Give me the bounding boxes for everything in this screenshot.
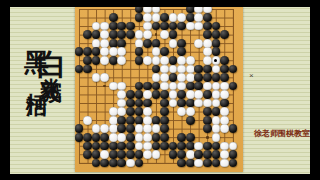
white-stone (194, 90, 203, 99)
black-stone (220, 73, 229, 82)
white-stone (117, 90, 126, 99)
black-stone (152, 90, 161, 99)
black-stone (92, 159, 101, 168)
white-stone (117, 56, 126, 65)
black-stone (212, 47, 221, 56)
white-stone (169, 39, 178, 48)
black-stone (109, 159, 118, 168)
black-stone (117, 39, 126, 48)
black-stone (126, 150, 135, 159)
white-stone (194, 13, 203, 22)
black-stone (152, 116, 161, 125)
black-stone (203, 73, 212, 82)
white-stone (152, 56, 161, 65)
black-stone (117, 116, 126, 125)
white-stone (220, 107, 229, 116)
black-stone (117, 30, 126, 39)
black-stone (203, 65, 212, 74)
white-stone (160, 30, 169, 39)
black-stone (143, 39, 152, 48)
white-stone (100, 56, 109, 65)
black-stone (203, 107, 212, 116)
black-stone (212, 150, 221, 159)
black-stone (135, 13, 144, 22)
black-stone (83, 150, 92, 159)
white-stone (143, 22, 152, 31)
black-stone (126, 90, 135, 99)
white-stone (152, 150, 161, 159)
black-stone (135, 90, 144, 99)
white-stone (220, 150, 229, 159)
white-stone (203, 56, 212, 65)
white-stone (186, 22, 195, 31)
hoshi-point (206, 136, 209, 139)
white-stone (92, 73, 101, 82)
white-stone (160, 56, 169, 65)
white-stone (177, 56, 186, 65)
white-stone (143, 13, 152, 22)
white-stone (220, 116, 229, 125)
white-stone (177, 82, 186, 91)
black-stone (109, 39, 118, 48)
black-stone (126, 116, 135, 125)
white-stone (117, 107, 126, 116)
black-stone (203, 22, 212, 31)
white-stone (109, 116, 118, 125)
black-stone (186, 133, 195, 142)
black-stone (186, 116, 195, 125)
black-stone (152, 39, 161, 48)
black-stone (203, 30, 212, 39)
black-stone (143, 99, 152, 108)
black-stone (169, 56, 178, 65)
black-stone (212, 159, 221, 168)
black-stone (126, 142, 135, 151)
white-stone (212, 116, 221, 125)
black-stone (169, 150, 178, 159)
black-stone (92, 150, 101, 159)
black-stone (160, 107, 169, 116)
white-stone (100, 30, 109, 39)
black-stone (126, 124, 135, 133)
white-stone (135, 133, 144, 142)
black-stone (160, 124, 169, 133)
white-stone (194, 159, 203, 168)
black-stone (177, 90, 186, 99)
white-stone (109, 107, 118, 116)
black-stone (229, 159, 238, 168)
white-stone (143, 150, 152, 159)
white-stone (135, 39, 144, 48)
black-stone (177, 47, 186, 56)
black-stone (186, 82, 195, 91)
black-stone (203, 90, 212, 99)
black-stone (220, 56, 229, 65)
white-stone (160, 73, 169, 82)
last-move-marker (214, 59, 217, 62)
black-stone (100, 133, 109, 142)
black-stone (177, 159, 186, 168)
white-stone (143, 30, 152, 39)
black-stone (135, 159, 144, 168)
white-stone (143, 56, 152, 65)
black-stone (100, 142, 109, 151)
white-stone (203, 99, 212, 108)
left-letterbox-bar (0, 0, 10, 180)
white-stone (194, 39, 203, 48)
watermark-text: 徐老师围棋教室 (254, 128, 310, 139)
thumbnail-stage: 黑 柯洁 白 党毅飞 徐老师围棋教室 × (0, 0, 320, 180)
black-stone (194, 65, 203, 74)
black-stone (169, 73, 178, 82)
white-stone (143, 107, 152, 116)
right-letterbox-bar (310, 0, 320, 180)
white-stone (100, 124, 109, 133)
white-player-name: 党毅飞 (41, 61, 62, 67)
white-stone (203, 82, 212, 91)
white-stone (186, 56, 195, 65)
black-stone (186, 13, 195, 22)
white-stone (203, 47, 212, 56)
black-stone (194, 150, 203, 159)
black-stone (83, 56, 92, 65)
black-stone (229, 124, 238, 133)
white-stone (143, 90, 152, 99)
white-stone (220, 90, 229, 99)
black-stone (160, 47, 169, 56)
black-stone (135, 47, 144, 56)
white-stone (186, 65, 195, 74)
black-stone (177, 133, 186, 142)
white-stone (177, 107, 186, 116)
black-stone (203, 159, 212, 168)
white-stone (203, 39, 212, 48)
black-stone (83, 142, 92, 151)
cross-artifact: × (249, 71, 254, 80)
black-stone (186, 159, 195, 168)
black-stone (160, 90, 169, 99)
black-stone (186, 142, 195, 151)
black-stone (220, 65, 229, 74)
black-stone (135, 150, 144, 159)
black-stone (220, 30, 229, 39)
black-stone (135, 107, 144, 116)
white-stone (220, 142, 229, 151)
black-stone (92, 56, 101, 65)
black-stone (160, 142, 169, 151)
black-stone (203, 142, 212, 151)
black-stone (126, 22, 135, 31)
white-stone (143, 142, 152, 151)
black-stone (109, 56, 118, 65)
black-stone (109, 142, 118, 151)
white-stone (109, 124, 118, 133)
bottom-letterbox-bar (0, 174, 320, 180)
black-stone (75, 133, 84, 142)
black-stone (109, 150, 118, 159)
white-stone (160, 65, 169, 74)
black-stone (126, 99, 135, 108)
black-stone (126, 30, 135, 39)
white-stone (109, 82, 118, 91)
go-board (75, 7, 243, 172)
white-stone (212, 124, 221, 133)
white-stone (194, 142, 203, 151)
white-stone (143, 116, 152, 125)
top-letterbox-bar (0, 0, 320, 7)
white-stone (177, 65, 186, 74)
black-stone (212, 73, 221, 82)
black-stone (203, 13, 212, 22)
white-stone (109, 133, 118, 142)
white-stone (152, 13, 161, 22)
black-stone (143, 82, 152, 91)
black-stone (212, 30, 221, 39)
white-stone (109, 47, 118, 56)
white-stone (135, 124, 144, 133)
black-stone (83, 133, 92, 142)
white-stone (212, 56, 221, 65)
black-stone (135, 56, 144, 65)
black-stone (160, 13, 169, 22)
black-stone (186, 99, 195, 108)
white-stone (212, 133, 221, 142)
black-stone (83, 65, 92, 74)
white-stone (100, 47, 109, 56)
white-stone (160, 82, 169, 91)
black-stone (229, 65, 238, 74)
white-stone (177, 73, 186, 82)
black-stone (109, 22, 118, 31)
black-stone (109, 13, 118, 22)
white-stone (143, 133, 152, 142)
black-stone (135, 116, 144, 125)
black-player-name: 柯洁 (26, 75, 48, 79)
white-stone (100, 150, 109, 159)
black-stone (160, 116, 169, 125)
black-stone (212, 107, 221, 116)
white-stone (117, 133, 126, 142)
white-stone (186, 90, 195, 99)
black-stone (117, 159, 126, 168)
black-stone (117, 142, 126, 151)
black-stone (220, 99, 229, 108)
white-stone (92, 39, 101, 48)
black-stone (212, 39, 221, 48)
black-stone (92, 133, 101, 142)
black-stone (109, 30, 118, 39)
white-stone (83, 116, 92, 125)
black-stone (229, 82, 238, 91)
black-stone (126, 107, 135, 116)
black-stone (177, 142, 186, 151)
white-stone (186, 73, 195, 82)
black-stone (83, 47, 92, 56)
white-stone (152, 73, 161, 82)
black-stone (203, 116, 212, 125)
black-stone (177, 150, 186, 159)
white-stone (143, 124, 152, 133)
white-stone (126, 159, 135, 168)
black-stone (194, 73, 203, 82)
black-stone (83, 30, 92, 39)
white-stone (100, 39, 109, 48)
black-stone (126, 133, 135, 142)
white-stone (177, 13, 186, 22)
white-stone (186, 150, 195, 159)
black-stone (152, 133, 161, 142)
black-stone (203, 124, 212, 133)
black-stone (100, 159, 109, 168)
white-stone (220, 82, 229, 91)
white-stone (220, 159, 229, 168)
black-stone (177, 39, 186, 48)
black-stone (203, 150, 212, 159)
white-stone (100, 73, 109, 82)
white-stone (212, 90, 221, 99)
white-stone (229, 142, 238, 151)
white-stone (135, 30, 144, 39)
white-stone (220, 124, 229, 133)
black-stone (117, 150, 126, 159)
white-stone (186, 107, 195, 116)
black-stone (229, 150, 238, 159)
black-stone (160, 133, 169, 142)
